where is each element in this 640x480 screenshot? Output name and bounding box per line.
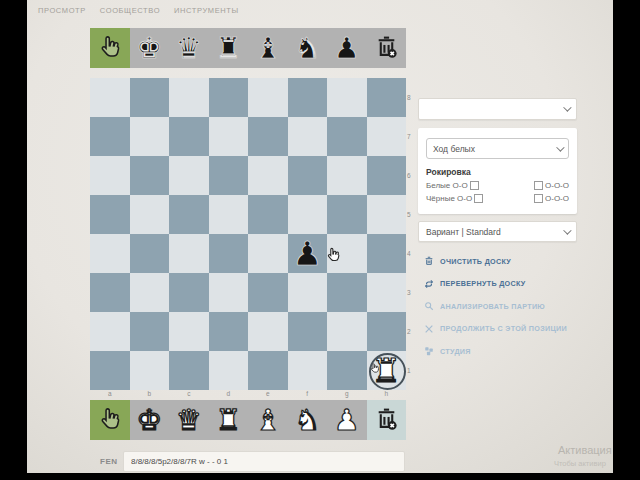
square-b4[interactable]: [130, 234, 170, 273]
square-h5[interactable]: [367, 195, 407, 234]
file-label-a: a: [90, 390, 130, 397]
rank-label-4: 4: [407, 234, 417, 273]
square-g1[interactable]: [327, 351, 367, 390]
square-b7[interactable]: [130, 117, 170, 156]
castling-row-black: Чёрные O-O O-O-O: [426, 194, 569, 203]
turn-select-value: Ход белых: [433, 144, 475, 154]
square-a3[interactable]: [90, 273, 130, 312]
square-g3[interactable]: [327, 273, 367, 312]
black-short-castle-label: Чёрные O-O: [426, 194, 472, 203]
microscope-icon: [424, 301, 434, 311]
file-label-h: h: [367, 390, 407, 397]
trash-icon: [374, 34, 399, 63]
square-c1[interactable]: [169, 351, 209, 390]
chess-board[interactable]: ♟♜: [90, 78, 406, 390]
black-piece-palette: ♚♛♜♝♞♟: [90, 28, 406, 68]
square-f7[interactable]: [288, 117, 328, 156]
palette-white-queen[interactable]: ♛: [169, 400, 209, 440]
mouse-hand-cursor: [325, 246, 341, 267]
white-long-castle-checkbox[interactable]: [534, 181, 543, 190]
rank-labels: 87654321: [407, 78, 417, 390]
castling-card: Ход белых Рокировка Белые O-O O-O-O Чёрн…: [418, 128, 577, 214]
hand-pointer-icon: [97, 34, 122, 63]
square-d4[interactable]: [209, 234, 249, 273]
square-d7[interactable]: [209, 117, 249, 156]
letterbox-bottom: [0, 473, 640, 480]
square-e1[interactable]: [248, 351, 288, 390]
square-g5[interactable]: [327, 195, 367, 234]
square-f5[interactable]: [288, 195, 328, 234]
square-g2[interactable]: [327, 312, 367, 351]
square-e3[interactable]: [248, 273, 288, 312]
black-short-castle-checkbox[interactable]: [474, 194, 483, 203]
analyze-game-button[interactable]: АНАЛИЗИРОВАТЬ ПАРТИЮ: [424, 295, 614, 318]
square-f1[interactable]: [288, 351, 328, 390]
menu-item-watch[interactable]: ПРОСМОТР: [38, 6, 86, 15]
palette-black-pawn[interactable]: ♟: [327, 28, 367, 68]
white-piece-palette: ♚♛♜♝♞♟: [90, 400, 406, 440]
piece-cursor-hand-icon: [369, 360, 380, 378]
square-g7[interactable]: [327, 117, 367, 156]
square-e4[interactable]: [248, 234, 288, 273]
square-d3[interactable]: [209, 273, 249, 312]
palette-black-bishop[interactable]: ♝: [248, 28, 288, 68]
hand-pointer-icon: [97, 406, 122, 435]
file-label-d: d: [209, 390, 249, 397]
white-knight-glyph: ♞: [294, 400, 320, 440]
square-c3[interactable]: [169, 273, 209, 312]
palette-black-king[interactable]: ♚: [130, 28, 170, 68]
rank-label-2: 2: [407, 312, 417, 351]
square-d8[interactable]: [209, 78, 249, 117]
square-b3[interactable]: [130, 273, 170, 312]
square-f8[interactable]: [288, 78, 328, 117]
square-h6[interactable]: [367, 156, 407, 195]
palette-white-pawn[interactable]: ♟: [327, 400, 367, 440]
fen-input[interactable]: [123, 451, 405, 472]
black-rook-glyph: ♜: [215, 28, 241, 68]
white-king-glyph: ♚: [136, 400, 162, 440]
file-labels: abcdefgh: [90, 390, 406, 397]
castling-row-white: Белые O-O O-O-O: [426, 181, 569, 190]
black-bishop-glyph: ♝: [255, 28, 281, 68]
white-pawn-glyph: ♟: [334, 400, 360, 440]
white-short-castle-label: Белые O-O: [426, 181, 468, 190]
white-long-castle-label: O-O-O: [545, 181, 569, 190]
file-label-c: c: [169, 390, 209, 397]
square-a8[interactable]: [90, 78, 130, 117]
square-e2[interactable]: [248, 312, 288, 351]
square-h2[interactable]: [367, 312, 407, 351]
black-pawn-glyph: ♟: [334, 28, 360, 68]
square-a5[interactable]: [90, 195, 130, 234]
rank-label-1: 1: [407, 351, 417, 390]
board-editor-page: ПРОСМОТР СООБЩЕСТВО ИНСТРУМЕНТЫ ♚♛♜♝♞♟: [0, 0, 640, 480]
black-long-castle-label: O-O-O: [545, 194, 569, 203]
rank-label-8: 8: [407, 78, 417, 117]
square-c7[interactable]: [169, 117, 209, 156]
black-knight-glyph: ♞: [294, 28, 320, 68]
clear-board-button[interactable]: ОЧИСТИТЬ ДОСКУ: [424, 250, 614, 273]
square-d5[interactable]: [209, 195, 249, 234]
square-d6[interactable]: [209, 156, 249, 195]
black-pawn[interactable]: ♟: [288, 234, 328, 273]
square-c5[interactable]: [169, 195, 209, 234]
trash-icon: [374, 406, 399, 435]
square-f2[interactable]: [288, 312, 328, 351]
square-b8[interactable]: [130, 78, 170, 117]
menu-item-tools[interactable]: ИНСТРУМЕНТЫ: [174, 6, 239, 15]
flip-board-button[interactable]: ПЕРЕВЕРНУТЬ ДОСКУ: [424, 273, 614, 296]
palette-white-king[interactable]: ♚: [130, 400, 170, 440]
square-b6[interactable]: [130, 156, 170, 195]
editor-actions: ОЧИСТИТЬ ДОСКУ ПЕРЕВЕРНУТЬ ДОСКУ АНАЛИЗИ…: [424, 250, 614, 363]
square-c6[interactable]: [169, 156, 209, 195]
file-label-f: f: [288, 390, 328, 397]
delete-tool-black[interactable]: [367, 28, 407, 68]
chevron-down-icon: [563, 103, 571, 111]
square-h3[interactable]: [367, 273, 407, 312]
pointer-tool-black[interactable]: [90, 28, 130, 68]
square-b2[interactable]: [130, 312, 170, 351]
continue-from-position-button[interactable]: ПРОДОЛЖИТЬ С ЭТОЙ ПОЗИЦИИ: [424, 318, 614, 341]
square-b1[interactable]: [130, 351, 170, 390]
rank-label-3: 3: [407, 273, 417, 312]
palette-white-bishop[interactable]: ♝: [248, 400, 288, 440]
square-f3[interactable]: [288, 273, 328, 312]
file-label-e: e: [248, 390, 288, 397]
delete-tool-white[interactable]: [367, 400, 407, 440]
pointer-tool-white[interactable]: [90, 400, 130, 440]
square-a6[interactable]: [90, 156, 130, 195]
square-c8[interactable]: [169, 78, 209, 117]
square-a4[interactable]: [90, 234, 130, 273]
turn-select[interactable]: Ход белых: [426, 138, 569, 159]
palette-black-queen[interactable]: ♛: [169, 28, 209, 68]
trash-icon: [424, 256, 434, 266]
studio-icon: [424, 346, 434, 356]
chevron-down-icon: [556, 143, 564, 151]
black-long-castle-checkbox[interactable]: [534, 194, 543, 203]
white-queen-glyph: ♛: [176, 400, 202, 440]
white-bishop-glyph: ♝: [255, 400, 281, 440]
square-e7[interactable]: [248, 117, 288, 156]
palette-black-rook[interactable]: ♜: [209, 28, 249, 68]
square-h7[interactable]: [367, 117, 407, 156]
file-label-g: g: [327, 390, 367, 397]
study-button[interactable]: СТУДИЯ: [424, 340, 614, 363]
square-e6[interactable]: [248, 156, 288, 195]
square-e5[interactable]: [248, 195, 288, 234]
position-select[interactable]: [418, 98, 577, 120]
palette-white-knight[interactable]: ♞: [288, 400, 328, 440]
square-g8[interactable]: [327, 78, 367, 117]
square-a7[interactable]: [90, 117, 130, 156]
white-short-castle-checkbox[interactable]: [470, 181, 479, 190]
square-a2[interactable]: [90, 312, 130, 351]
castling-title: Рокировка: [426, 167, 569, 177]
square-b5[interactable]: [130, 195, 170, 234]
variant-select-value: Вариант | Standard: [426, 227, 501, 237]
rank-label-5: 5: [407, 195, 417, 234]
top-menu: ПРОСМОТР СООБЩЕСТВО ИНСТРУМЕНТЫ: [38, 6, 239, 15]
square-a1[interactable]: [90, 351, 130, 390]
black-king-glyph: ♚: [136, 28, 162, 68]
flip-icon: [424, 279, 434, 289]
menu-item-community[interactable]: СООБЩЕСТВО: [100, 6, 160, 15]
square-c2[interactable]: [169, 312, 209, 351]
variant-select[interactable]: Вариант | Standard: [418, 221, 577, 242]
square-d1[interactable]: [209, 351, 249, 390]
file-label-b: b: [130, 390, 170, 397]
chevron-down-icon: [563, 226, 571, 234]
square-f6[interactable]: [288, 156, 328, 195]
square-g6[interactable]: [327, 156, 367, 195]
palette-white-rook[interactable]: ♜: [209, 400, 249, 440]
activation-watermark-line2: Чтобы активир: [554, 459, 606, 468]
square-h8[interactable]: [367, 78, 407, 117]
square-d2[interactable]: [209, 312, 249, 351]
black-queen-glyph: ♛: [176, 28, 202, 68]
rank-label-6: 6: [407, 156, 417, 195]
fen-label: FEN: [100, 457, 118, 466]
letterbox-left: [0, 0, 27, 480]
crossed-swords-icon: [424, 324, 434, 334]
activation-watermark-line1: Активация: [558, 444, 612, 456]
letterbox-right: [613, 0, 640, 480]
palette-black-knight[interactable]: ♞: [288, 28, 328, 68]
square-e8[interactable]: [248, 78, 288, 117]
square-h4[interactable]: [367, 234, 407, 273]
rank-label-7: 7: [407, 117, 417, 156]
square-c4[interactable]: [169, 234, 209, 273]
white-rook-glyph: ♜: [215, 400, 241, 440]
